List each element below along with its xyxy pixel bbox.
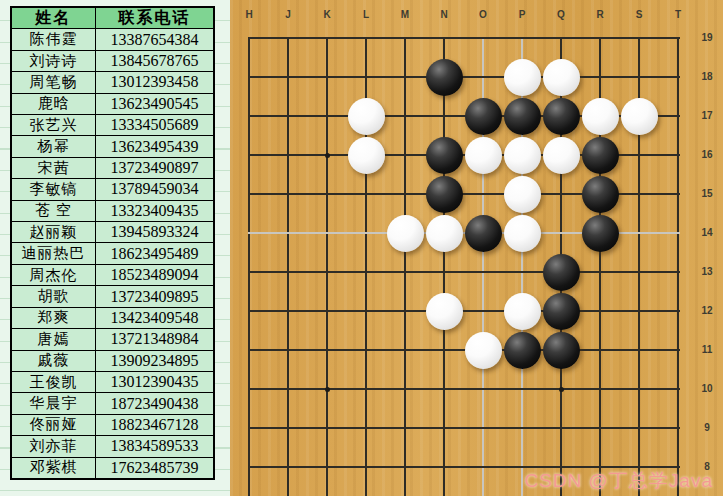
contact-phone: 13423409548 bbox=[96, 308, 213, 328]
contact-phone: 13387654384 bbox=[96, 29, 213, 49]
contact-name: 唐嫣 bbox=[12, 329, 95, 349]
table-header-name: 姓名 bbox=[12, 8, 95, 28]
row-label-16: 16 bbox=[692, 149, 722, 160]
col-label-T: T bbox=[667, 9, 689, 20]
col-label-N: N bbox=[433, 9, 455, 20]
contact-phone: 13623495439 bbox=[96, 136, 213, 156]
stone-white-P14 bbox=[504, 215, 541, 252]
stone-white-N12 bbox=[426, 293, 463, 330]
stone-black-O14 bbox=[465, 215, 502, 252]
row-label-19: 19 bbox=[692, 32, 722, 43]
contact-name: 赵丽颖 bbox=[12, 222, 95, 242]
contact-name: 戚薇 bbox=[12, 351, 95, 371]
stone-white-L16 bbox=[348, 137, 385, 174]
contact-phone: 13723490897 bbox=[96, 158, 213, 178]
contact-phone: 13834589533 bbox=[96, 436, 213, 456]
stone-black-Q12 bbox=[543, 293, 580, 330]
row-label-11: 11 bbox=[692, 344, 722, 355]
contact-phone: 13623490545 bbox=[96, 94, 213, 114]
contact-phone: 13789459034 bbox=[96, 179, 213, 199]
contact-phone: 13909234895 bbox=[96, 351, 213, 371]
contact-phone: 13334505689 bbox=[96, 115, 213, 135]
contact-name: 张艺兴 bbox=[12, 115, 95, 135]
stone-white-O16 bbox=[465, 137, 502, 174]
contact-name: 郑爽 bbox=[12, 308, 95, 328]
star-point-K10 bbox=[325, 387, 330, 392]
contact-name: 李敏镐 bbox=[12, 179, 95, 199]
stone-black-R14 bbox=[582, 215, 619, 252]
row-label-18: 18 bbox=[692, 71, 722, 82]
contact-phone: 17623485739 bbox=[96, 458, 213, 478]
contact-name: 刘诗诗 bbox=[12, 51, 95, 71]
contact-phone: 18723490438 bbox=[96, 393, 213, 413]
contact-name: 佟丽娅 bbox=[12, 415, 95, 435]
row-label-17: 17 bbox=[692, 110, 722, 121]
stone-black-O17 bbox=[465, 98, 502, 135]
col-label-O: O bbox=[472, 9, 494, 20]
contact-name: 鹿晗 bbox=[12, 94, 95, 114]
stone-black-P17 bbox=[504, 98, 541, 135]
row-label-15: 15 bbox=[692, 188, 722, 199]
stone-black-N15 bbox=[426, 176, 463, 213]
contact-phone: 18823467128 bbox=[96, 415, 213, 435]
grid-line-row-13 bbox=[248, 271, 680, 273]
stone-white-P16 bbox=[504, 137, 541, 174]
stone-black-Q13 bbox=[543, 254, 580, 291]
contact-name: 刘亦菲 bbox=[12, 436, 95, 456]
contact-name: 迪丽热巴 bbox=[12, 243, 95, 263]
contact-phone: 18623495489 bbox=[96, 243, 213, 263]
contact-phone: 13945893324 bbox=[96, 222, 213, 242]
contact-phone: 18523489094 bbox=[96, 265, 213, 285]
stone-white-L17 bbox=[348, 98, 385, 135]
stone-white-P15 bbox=[504, 176, 541, 213]
spreadsheet-pane: 姓名联系电话陈伟霆13387654384刘诗诗13845678765周笔畅130… bbox=[0, 0, 230, 496]
grid-line-row-12 bbox=[248, 310, 680, 312]
stone-white-O11 bbox=[465, 332, 502, 369]
col-label-L: L bbox=[355, 9, 377, 20]
stone-white-N14 bbox=[426, 215, 463, 252]
stone-black-N16 bbox=[426, 137, 463, 174]
stone-white-M14 bbox=[387, 215, 424, 252]
table-header-phone: 联系电话 bbox=[96, 8, 213, 28]
grid-line-row-10 bbox=[248, 388, 680, 390]
stone-white-Q16 bbox=[543, 137, 580, 174]
stone-black-R16 bbox=[582, 137, 619, 174]
col-label-S: S bbox=[628, 9, 650, 20]
stone-white-P18 bbox=[504, 59, 541, 96]
star-point-K16 bbox=[325, 153, 330, 158]
grid-line-row-19 bbox=[248, 37, 680, 39]
stone-white-R17 bbox=[582, 98, 619, 135]
row-label-14: 14 bbox=[692, 227, 722, 238]
contact-name: 陈伟霆 bbox=[12, 29, 95, 49]
grid-line-row-9 bbox=[248, 427, 680, 429]
col-label-J: J bbox=[277, 9, 299, 20]
stone-white-P12 bbox=[504, 293, 541, 330]
contact-phone: 13323409435 bbox=[96, 201, 213, 221]
contact-name: 周笔畅 bbox=[12, 72, 95, 92]
stone-black-N18 bbox=[426, 59, 463, 96]
col-label-P: P bbox=[511, 9, 533, 20]
contact-phone: 13723409895 bbox=[96, 286, 213, 306]
star-point-Q10 bbox=[559, 387, 564, 392]
stone-white-S17 bbox=[621, 98, 658, 135]
col-label-R: R bbox=[589, 9, 611, 20]
stone-black-P11 bbox=[504, 332, 541, 369]
row-label-9: 9 bbox=[692, 422, 722, 433]
col-label-Q: Q bbox=[550, 9, 572, 20]
stone-black-Q11 bbox=[543, 332, 580, 369]
grid-line-row-18 bbox=[248, 76, 680, 78]
contact-name: 王俊凯 bbox=[12, 372, 95, 392]
stone-black-Q17 bbox=[543, 98, 580, 135]
row-label-13: 13 bbox=[692, 266, 722, 277]
stone-white-Q18 bbox=[543, 59, 580, 96]
contact-name: 宋茜 bbox=[12, 158, 95, 178]
go-board: HJKLMNOPQRST1918171615141312111098 bbox=[230, 0, 723, 496]
row-label-12: 12 bbox=[692, 305, 722, 316]
contact-name: 胡歌 bbox=[12, 286, 95, 306]
contact-table: 姓名联系电话陈伟霆13387654384刘诗诗13845678765周笔畅130… bbox=[10, 6, 215, 480]
contact-name: 周杰伦 bbox=[12, 265, 95, 285]
contact-phone: 13012390435 bbox=[96, 372, 213, 392]
contact-name: 苍 空 bbox=[12, 201, 95, 221]
col-label-K: K bbox=[316, 9, 338, 20]
contact-phone: 13012393458 bbox=[96, 72, 213, 92]
contact-phone: 13845678765 bbox=[96, 51, 213, 71]
contact-name: 邓紫棋 bbox=[12, 458, 95, 478]
row-label-10: 10 bbox=[692, 383, 722, 394]
contact-name: 华晨宇 bbox=[12, 393, 95, 413]
contact-name: 杨幂 bbox=[12, 136, 95, 156]
contact-phone: 13721348984 bbox=[96, 329, 213, 349]
watermark: CSDN @丁总学Java bbox=[524, 468, 713, 494]
stone-black-R15 bbox=[582, 176, 619, 213]
col-label-H: H bbox=[238, 9, 260, 20]
col-label-M: M bbox=[394, 9, 416, 20]
